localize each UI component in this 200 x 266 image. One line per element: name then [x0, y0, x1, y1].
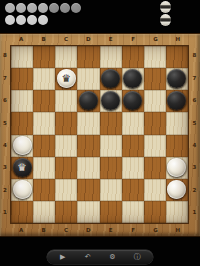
square-e6[interactable]	[100, 90, 122, 112]
white-king-c7[interactable]: ♛	[57, 69, 76, 88]
captured-piece-stack	[160, 1, 171, 13]
square-h5[interactable]	[166, 112, 188, 134]
coord-label: 1	[0, 202, 10, 224]
captured-piece	[38, 3, 48, 13]
coord-label: A	[10, 224, 32, 237]
info-button[interactable]: ⓘ	[128, 250, 146, 264]
toolbar: ▶↶⚙ⓘ	[47, 250, 153, 264]
captured-piece	[71, 3, 81, 13]
king-crown-icon: ♛	[62, 69, 71, 88]
square-f2[interactable]	[122, 179, 144, 201]
board-grid: ♛♛	[10, 45, 189, 224]
coord-label: 6	[189, 90, 200, 112]
coord-label: B	[32, 34, 54, 45]
captured-piece	[60, 3, 70, 13]
rank-labels-right: 87654321	[189, 45, 200, 224]
coord-label: 2	[189, 179, 200, 201]
square-h1[interactable]	[166, 201, 188, 223]
board-frame: ABCDEFGH 87654321 ♛♛ 87654321 ABCDEFGH	[0, 33, 200, 237]
square-b6[interactable]	[33, 90, 55, 112]
settings-button[interactable]: ⚙	[103, 250, 121, 264]
coord-label: G	[144, 34, 166, 45]
coord-label: F	[122, 224, 144, 237]
captured-piece	[16, 15, 26, 25]
white-man-h2[interactable]	[167, 180, 186, 199]
black-man-h6[interactable]	[167, 91, 186, 110]
coord-label: 7	[0, 67, 10, 89]
file-labels-top: ABCDEFGH	[10, 34, 189, 45]
square-b5[interactable]	[33, 112, 55, 134]
square-e3[interactable]	[100, 157, 122, 179]
square-b1[interactable]	[33, 201, 55, 223]
square-h3[interactable]	[166, 157, 188, 179]
coord-label: G	[144, 224, 166, 237]
square-f1[interactable]	[122, 201, 144, 223]
square-b4[interactable]	[33, 135, 55, 157]
square-a2[interactable]	[11, 179, 33, 201]
square-h7[interactable]	[166, 68, 188, 90]
captured-piece-tray	[0, 0, 200, 33]
captured-piece	[16, 3, 26, 13]
captured-piece-stack	[160, 14, 171, 26]
captured-piece	[27, 3, 37, 13]
square-b3[interactable]	[33, 157, 55, 179]
square-d8[interactable]	[77, 46, 99, 68]
black-man-f7[interactable]	[123, 69, 142, 88]
captured-piece	[5, 3, 15, 13]
square-c5[interactable]	[55, 112, 77, 134]
square-d3[interactable]	[77, 157, 99, 179]
square-d7[interactable]	[77, 68, 99, 90]
square-d6[interactable]	[77, 90, 99, 112]
square-f4[interactable]	[122, 135, 144, 157]
square-d2[interactable]	[77, 179, 99, 201]
square-c7[interactable]: ♛	[55, 68, 77, 90]
square-d1[interactable]	[77, 201, 99, 223]
dama-app-screen: ABCDEFGH 87654321 ♛♛ 87654321 ABCDEFGH ▶…	[0, 0, 200, 266]
coord-label: 8	[0, 45, 10, 67]
square-d4[interactable]	[77, 135, 99, 157]
square-e1[interactable]	[100, 201, 122, 223]
play-button[interactable]: ▶	[54, 250, 72, 264]
captured-piece	[5, 15, 15, 25]
captured-piece	[38, 15, 48, 25]
square-f8[interactable]	[122, 46, 144, 68]
square-h6[interactable]	[166, 90, 188, 112]
square-f3[interactable]	[122, 157, 144, 179]
captured-piece	[49, 3, 59, 13]
square-g5[interactable]	[144, 112, 166, 134]
square-e7[interactable]	[100, 68, 122, 90]
coord-label: D	[77, 34, 99, 45]
square-c4[interactable]	[55, 135, 77, 157]
square-g2[interactable]	[144, 179, 166, 201]
square-a7[interactable]	[11, 68, 33, 90]
black-man-e6[interactable]	[101, 91, 120, 110]
coord-label: 2	[0, 179, 10, 201]
square-f5[interactable]	[122, 112, 144, 134]
coord-label: 5	[0, 112, 10, 134]
square-g7[interactable]	[144, 68, 166, 90]
coord-label: 3	[189, 157, 200, 179]
square-c1[interactable]	[55, 201, 77, 223]
square-c6[interactable]	[55, 90, 77, 112]
square-a1[interactable]	[11, 201, 33, 223]
square-g1[interactable]	[144, 201, 166, 223]
king-crown-icon: ♛	[17, 157, 26, 176]
coord-label: 7	[189, 67, 200, 89]
square-e5[interactable]	[100, 112, 122, 134]
square-a4[interactable]	[11, 135, 33, 157]
rank-labels-left: 87654321	[0, 45, 10, 224]
white-man-a2[interactable]	[13, 180, 32, 199]
coord-label: B	[32, 224, 54, 237]
black-man-d6[interactable]	[79, 91, 98, 110]
coord-label: 4	[189, 135, 200, 157]
square-h4[interactable]	[166, 135, 188, 157]
coord-label: E	[100, 34, 122, 45]
coord-label: 6	[0, 90, 10, 112]
coord-label: C	[55, 34, 77, 45]
coord-label: 8	[189, 45, 200, 67]
coord-label: H	[167, 224, 189, 237]
square-b7[interactable]	[33, 68, 55, 90]
square-c8[interactable]	[55, 46, 77, 68]
white-man-h3[interactable]	[167, 158, 186, 177]
square-f7[interactable]	[122, 68, 144, 90]
white-man-a4[interactable]	[13, 136, 32, 155]
square-e4[interactable]	[100, 135, 122, 157]
square-a8[interactable]	[11, 46, 33, 68]
file-labels-bottom: ABCDEFGH	[10, 224, 189, 237]
coord-label: F	[122, 34, 144, 45]
square-h2[interactable]	[166, 179, 188, 201]
square-a3[interactable]: ♛	[11, 157, 33, 179]
coord-label: A	[10, 34, 32, 45]
square-e2[interactable]	[100, 179, 122, 201]
square-f6[interactable]	[122, 90, 144, 112]
black-man-h7[interactable]	[167, 69, 186, 88]
square-g6[interactable]	[144, 90, 166, 112]
coord-label: 4	[0, 135, 10, 157]
coord-label: D	[77, 224, 99, 237]
coord-label: 5	[189, 112, 200, 134]
coord-label: H	[167, 34, 189, 45]
captured-piece	[27, 15, 37, 25]
square-g4[interactable]	[144, 135, 166, 157]
square-a6[interactable]	[11, 90, 33, 112]
black-man-f6[interactable]	[123, 91, 142, 110]
square-h8[interactable]	[166, 46, 188, 68]
square-c3[interactable]	[55, 157, 77, 179]
square-b2[interactable]	[33, 179, 55, 201]
black-man-e7[interactable]	[101, 69, 120, 88]
coord-label: 3	[0, 157, 10, 179]
coord-label: 1	[189, 202, 200, 224]
undo-button[interactable]: ↶	[79, 250, 97, 264]
square-g3[interactable]	[144, 157, 166, 179]
square-d5[interactable]	[77, 112, 99, 134]
square-e8[interactable]	[100, 46, 122, 68]
square-c2[interactable]	[55, 179, 77, 201]
coord-label: C	[55, 224, 77, 237]
coord-label: E	[100, 224, 122, 237]
black-king-a3[interactable]: ♛	[13, 158, 32, 177]
square-b8[interactable]	[33, 46, 55, 68]
bottom-bar: ▶↶⚙ⓘ	[0, 238, 200, 266]
square-a5[interactable]	[11, 112, 33, 134]
square-g8[interactable]	[144, 46, 166, 68]
